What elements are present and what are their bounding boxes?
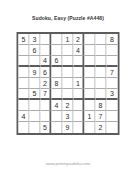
cell-r3c4[interactable]: 6 [52, 56, 63, 67]
cell-r1c5[interactable]: 1 [63, 34, 74, 45]
cell-r7c8[interactable]: 8 [96, 100, 107, 111]
cell-r5c9[interactable] [107, 78, 118, 89]
sudoku-board: 5312864469672815734284317592 [17, 32, 120, 135]
cell-r6c5[interactable] [63, 89, 74, 100]
cell-r4c8[interactable] [96, 67, 107, 78]
cell-r1c8[interactable] [96, 34, 107, 45]
cell-r5c4[interactable]: 8 [52, 78, 63, 89]
cell-r9c1[interactable] [19, 122, 30, 133]
cell-r7c4[interactable]: 4 [52, 100, 63, 111]
cell-r6c4[interactable] [52, 89, 63, 100]
cell-r6c8[interactable] [96, 89, 107, 100]
cell-r8c8[interactable]: 7 [96, 111, 107, 122]
cell-r5c2[interactable] [30, 78, 41, 89]
cell-r3c6[interactable] [74, 56, 85, 67]
cell-r1c2[interactable]: 3 [30, 34, 41, 45]
cell-r4c7[interactable] [85, 67, 96, 78]
cell-r9c3[interactable]: 5 [41, 122, 52, 133]
cell-r6c6[interactable] [74, 89, 85, 100]
cell-r9c4[interactable] [52, 122, 63, 133]
cell-r8c5[interactable]: 3 [63, 111, 74, 122]
cell-r4c4[interactable] [52, 67, 63, 78]
cell-r2c9[interactable] [107, 45, 118, 56]
cell-r6c2[interactable]: 5 [30, 89, 41, 100]
cell-r4c2[interactable]: 9 [30, 67, 41, 78]
cell-r9c5[interactable]: 9 [63, 122, 74, 133]
cell-r4c1[interactable] [19, 67, 30, 78]
cell-r7c2[interactable] [30, 100, 41, 111]
cell-r8c2[interactable] [30, 111, 41, 122]
cell-r7c6[interactable] [74, 100, 85, 111]
sudoku-page: Sudoku, Easy (Puzzle #A448) 531286446967… [0, 0, 136, 176]
cell-r6c7[interactable] [85, 89, 96, 100]
cell-r2c7[interactable] [85, 45, 96, 56]
cell-r2c5[interactable] [63, 45, 74, 56]
cell-r5c3[interactable]: 2 [41, 78, 52, 89]
cell-r8c4[interactable] [52, 111, 63, 122]
cell-r1c3[interactable] [41, 34, 52, 45]
cell-r6c3[interactable]: 7 [41, 89, 52, 100]
footer-url: www.printmysudoku.com [0, 161, 136, 166]
cell-r6c9[interactable]: 3 [107, 89, 118, 100]
cell-r3c5[interactable] [63, 56, 74, 67]
cell-r3c9[interactable] [107, 56, 118, 67]
cell-r2c8[interactable] [96, 45, 107, 56]
cell-r3c8[interactable] [96, 56, 107, 67]
cell-r3c1[interactable] [19, 56, 30, 67]
cell-r8c9[interactable] [107, 111, 118, 122]
cell-r7c9[interactable] [107, 100, 118, 111]
cell-r5c7[interactable] [85, 78, 96, 89]
cell-r8c1[interactable]: 4 [19, 111, 30, 122]
cell-r1c1[interactable]: 5 [19, 34, 30, 45]
cell-r1c7[interactable] [85, 34, 96, 45]
cell-r2c3[interactable] [41, 45, 52, 56]
cell-r3c7[interactable] [85, 56, 96, 67]
cell-r5c5[interactable] [63, 78, 74, 89]
cell-r4c3[interactable]: 6 [41, 67, 52, 78]
cell-r8c7[interactable]: 1 [85, 111, 96, 122]
cell-r9c8[interactable]: 2 [96, 122, 107, 133]
cell-r2c6[interactable]: 4 [74, 45, 85, 56]
cell-r4c6[interactable] [74, 67, 85, 78]
cell-r8c6[interactable] [74, 111, 85, 122]
cell-r5c8[interactable] [96, 78, 107, 89]
cell-r8c3[interactable] [41, 111, 52, 122]
cell-r9c2[interactable] [30, 122, 41, 133]
cell-r4c5[interactable] [63, 67, 74, 78]
cell-r2c2[interactable]: 6 [30, 45, 41, 56]
cell-r1c9[interactable]: 8 [107, 34, 118, 45]
cell-r5c6[interactable]: 1 [74, 78, 85, 89]
cell-r5c1[interactable] [19, 78, 30, 89]
cell-r7c1[interactable] [19, 100, 30, 111]
cell-r7c3[interactable] [41, 100, 52, 111]
cell-r9c7[interactable] [85, 122, 96, 133]
cell-r1c4[interactable] [52, 34, 63, 45]
cell-r2c4[interactable] [52, 45, 63, 56]
cell-r7c7[interactable] [85, 100, 96, 111]
cell-r2c1[interactable] [19, 45, 30, 56]
cell-r6c1[interactable] [19, 89, 30, 100]
cell-r9c6[interactable] [74, 122, 85, 133]
cell-r3c3[interactable]: 4 [41, 56, 52, 67]
cell-r4c9[interactable]: 7 [107, 67, 118, 78]
puzzle-title: Sudoku, Easy (Puzzle #A448) [0, 15, 136, 21]
cell-r9c9[interactable] [107, 122, 118, 133]
cell-r7c5[interactable]: 2 [63, 100, 74, 111]
cell-r3c2[interactable] [30, 56, 41, 67]
cell-r1c6[interactable]: 2 [74, 34, 85, 45]
